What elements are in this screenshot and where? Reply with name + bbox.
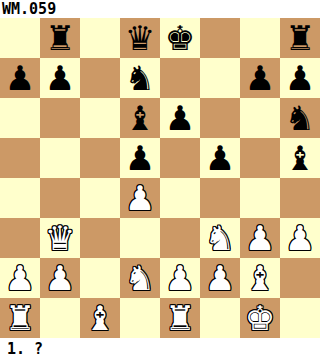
square-d5[interactable]: ♟ xyxy=(120,138,160,178)
square-b7[interactable]: ♟ xyxy=(40,58,80,98)
square-h6[interactable]: ♞ xyxy=(280,98,320,138)
black-rook[interactable]: ♜ xyxy=(45,18,75,58)
white-bishop[interactable]: ♝ xyxy=(85,298,115,338)
black-knight[interactable]: ♞ xyxy=(125,58,155,98)
white-knight[interactable]: ♞ xyxy=(125,258,155,298)
square-a8[interactable] xyxy=(0,18,40,58)
white-knight[interactable]: ♞ xyxy=(205,218,235,258)
black-pawn[interactable]: ♟ xyxy=(165,98,195,138)
black-pawn[interactable]: ♟ xyxy=(45,58,75,98)
header-bar: WM.059 xyxy=(0,0,320,18)
puzzle-id: WM.059 xyxy=(0,0,56,18)
square-a1[interactable]: ♜ xyxy=(0,298,40,338)
square-a3[interactable] xyxy=(0,218,40,258)
black-knight[interactable]: ♞ xyxy=(285,98,315,138)
white-king[interactable]: ♚ xyxy=(245,298,275,338)
square-f6[interactable] xyxy=(200,98,240,138)
square-b3[interactable]: ♛ xyxy=(40,218,80,258)
square-b6[interactable] xyxy=(40,98,80,138)
black-pawn[interactable]: ♟ xyxy=(5,58,35,98)
square-d6[interactable]: ♝ xyxy=(120,98,160,138)
chess-board: ♜♛♚♜♟♟♞♟♟♝♟♞♟♟♝♟♛♞♟♟♟♟♞♟♟♝♜♝♜♚ xyxy=(0,18,320,338)
square-e2[interactable]: ♟ xyxy=(160,258,200,298)
white-pawn[interactable]: ♟ xyxy=(5,258,35,298)
white-bishop[interactable]: ♝ xyxy=(245,258,275,298)
footer-bar: 1. ? xyxy=(0,338,320,360)
white-pawn[interactable]: ♟ xyxy=(165,258,195,298)
square-d8[interactable]: ♛ xyxy=(120,18,160,58)
square-h1[interactable] xyxy=(280,298,320,338)
square-a5[interactable] xyxy=(0,138,40,178)
white-pawn[interactable]: ♟ xyxy=(245,218,275,258)
square-f3[interactable]: ♞ xyxy=(200,218,240,258)
square-g6[interactable] xyxy=(240,98,280,138)
square-b1[interactable] xyxy=(40,298,80,338)
square-h2[interactable] xyxy=(280,258,320,298)
black-pawn[interactable]: ♟ xyxy=(285,58,315,98)
square-c3[interactable] xyxy=(80,218,120,258)
square-f8[interactable] xyxy=(200,18,240,58)
square-g4[interactable] xyxy=(240,178,280,218)
white-pawn[interactable]: ♟ xyxy=(45,258,75,298)
square-c1[interactable]: ♝ xyxy=(80,298,120,338)
square-c6[interactable] xyxy=(80,98,120,138)
black-bishop[interactable]: ♝ xyxy=(285,138,315,178)
square-d4[interactable]: ♟ xyxy=(120,178,160,218)
square-e8[interactable]: ♚ xyxy=(160,18,200,58)
square-b5[interactable] xyxy=(40,138,80,178)
square-g7[interactable]: ♟ xyxy=(240,58,280,98)
square-g3[interactable]: ♟ xyxy=(240,218,280,258)
square-e7[interactable] xyxy=(160,58,200,98)
square-f1[interactable] xyxy=(200,298,240,338)
square-h3[interactable]: ♟ xyxy=(280,218,320,258)
square-d2[interactable]: ♞ xyxy=(120,258,160,298)
black-pawn[interactable]: ♟ xyxy=(125,138,155,178)
square-g8[interactable] xyxy=(240,18,280,58)
black-bishop[interactable]: ♝ xyxy=(125,98,155,138)
square-g1[interactable]: ♚ xyxy=(240,298,280,338)
white-pawn[interactable]: ♟ xyxy=(125,178,155,218)
square-e5[interactable] xyxy=(160,138,200,178)
square-h8[interactable]: ♜ xyxy=(280,18,320,58)
white-queen[interactable]: ♛ xyxy=(45,218,75,258)
square-e6[interactable]: ♟ xyxy=(160,98,200,138)
square-b2[interactable]: ♟ xyxy=(40,258,80,298)
square-c8[interactable] xyxy=(80,18,120,58)
black-pawn[interactable]: ♟ xyxy=(245,58,275,98)
white-rook[interactable]: ♜ xyxy=(165,298,195,338)
square-a4[interactable] xyxy=(0,178,40,218)
square-e3[interactable] xyxy=(160,218,200,258)
square-g2[interactable]: ♝ xyxy=(240,258,280,298)
square-f7[interactable] xyxy=(200,58,240,98)
square-a6[interactable] xyxy=(0,98,40,138)
black-queen[interactable]: ♛ xyxy=(125,18,155,58)
square-c4[interactable] xyxy=(80,178,120,218)
square-h4[interactable] xyxy=(280,178,320,218)
square-a7[interactable]: ♟ xyxy=(0,58,40,98)
square-e4[interactable] xyxy=(160,178,200,218)
black-rook[interactable]: ♜ xyxy=(285,18,315,58)
square-h7[interactable]: ♟ xyxy=(280,58,320,98)
black-king[interactable]: ♚ xyxy=(165,18,195,58)
square-e1[interactable]: ♜ xyxy=(160,298,200,338)
white-pawn[interactable]: ♟ xyxy=(205,258,235,298)
square-a2[interactable]: ♟ xyxy=(0,258,40,298)
square-d1[interactable] xyxy=(120,298,160,338)
square-g5[interactable] xyxy=(240,138,280,178)
square-d7[interactable]: ♞ xyxy=(120,58,160,98)
square-c7[interactable] xyxy=(80,58,120,98)
square-c2[interactable] xyxy=(80,258,120,298)
white-pawn[interactable]: ♟ xyxy=(285,218,315,258)
square-f2[interactable]: ♟ xyxy=(200,258,240,298)
square-b4[interactable] xyxy=(40,178,80,218)
square-b8[interactable]: ♜ xyxy=(40,18,80,58)
square-d3[interactable] xyxy=(120,218,160,258)
square-h5[interactable]: ♝ xyxy=(280,138,320,178)
move-prompt: 1. ? xyxy=(0,338,43,360)
square-f4[interactable] xyxy=(200,178,240,218)
square-c5[interactable] xyxy=(80,138,120,178)
square-f5[interactable]: ♟ xyxy=(200,138,240,178)
black-pawn[interactable]: ♟ xyxy=(205,138,235,178)
white-rook[interactable]: ♜ xyxy=(5,298,35,338)
